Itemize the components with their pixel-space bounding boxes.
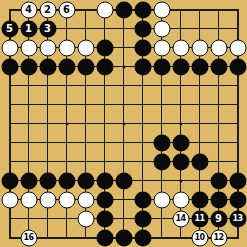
black-stone[interactable]: [96, 172, 113, 189]
black-stone[interactable]: [96, 191, 113, 208]
black-stone[interactable]: [39, 58, 56, 75]
black-stone[interactable]: [115, 1, 132, 18]
white-stone[interactable]: [1, 191, 18, 208]
go-board-diagram: 4265131411913161012: [0, 0, 247, 247]
white-stone-move-10[interactable]: 10: [191, 229, 208, 246]
black-stone-move-1[interactable]: 1: [20, 20, 37, 37]
black-stone[interactable]: [172, 153, 189, 170]
black-stone[interactable]: [115, 229, 132, 246]
star-point: [122, 122, 125, 125]
white-stone[interactable]: [39, 39, 56, 56]
white-stone[interactable]: [210, 39, 227, 56]
black-stone[interactable]: [58, 58, 75, 75]
white-stone[interactable]: [229, 39, 246, 56]
star-point: [179, 179, 182, 182]
star-point: [65, 122, 68, 125]
black-stone-move-13[interactable]: 13: [229, 210, 246, 227]
white-stone[interactable]: [58, 39, 75, 56]
black-stone[interactable]: [96, 229, 113, 246]
black-stone-move-11[interactable]: 11: [191, 210, 208, 227]
white-stone[interactable]: [191, 39, 208, 56]
black-stone[interactable]: [153, 134, 170, 151]
black-stone[interactable]: [134, 229, 151, 246]
white-stone[interactable]: [39, 191, 56, 208]
star-point: [179, 122, 182, 125]
white-stone[interactable]: [172, 39, 189, 56]
star-point: [122, 65, 125, 68]
black-stone[interactable]: [96, 210, 113, 227]
black-stone[interactable]: [191, 153, 208, 170]
black-stone[interactable]: [210, 58, 227, 75]
black-stone[interactable]: [134, 191, 151, 208]
white-stone[interactable]: [153, 191, 170, 208]
white-stone-move-6[interactable]: 6: [58, 1, 75, 18]
black-stone[interactable]: [153, 58, 170, 75]
black-stone[interactable]: [172, 58, 189, 75]
white-stone[interactable]: [20, 191, 37, 208]
black-stone[interactable]: [229, 191, 246, 208]
white-stone-move-14[interactable]: 14: [172, 210, 189, 227]
white-stone[interactable]: [96, 1, 113, 18]
white-stone[interactable]: [153, 1, 170, 18]
black-stone[interactable]: [229, 172, 246, 189]
go-board[interactable]: 4265131411913161012: [0, 0, 247, 247]
black-stone[interactable]: [115, 172, 132, 189]
black-stone[interactable]: [134, 58, 151, 75]
white-stone[interactable]: [172, 191, 189, 208]
white-stone[interactable]: [77, 191, 94, 208]
black-stone[interactable]: [153, 153, 170, 170]
white-stone-move-16[interactable]: 16: [20, 229, 37, 246]
black-stone[interactable]: [134, 210, 151, 227]
white-stone-move-12[interactable]: 12: [210, 229, 227, 246]
black-stone[interactable]: [134, 1, 151, 18]
black-stone[interactable]: [210, 172, 227, 189]
black-stone[interactable]: [134, 39, 151, 56]
black-stone[interactable]: [58, 172, 75, 189]
black-stone-move-5[interactable]: 5: [1, 20, 18, 37]
white-stone-move-4[interactable]: 4: [20, 1, 37, 18]
white-stone-move-2[interactable]: 2: [39, 1, 56, 18]
black-stone[interactable]: [20, 172, 37, 189]
black-stone[interactable]: [96, 58, 113, 75]
black-stone[interactable]: [134, 20, 151, 37]
white-stone[interactable]: [77, 210, 94, 227]
white-stone[interactable]: [1, 39, 18, 56]
black-stone[interactable]: [1, 58, 18, 75]
grid-line-horizontal: [9, 142, 239, 143]
white-stone[interactable]: [153, 20, 170, 37]
black-stone[interactable]: [96, 39, 113, 56]
black-stone[interactable]: [229, 58, 246, 75]
black-stone[interactable]: [77, 58, 94, 75]
black-stone[interactable]: [210, 191, 227, 208]
black-stone[interactable]: [77, 172, 94, 189]
black-stone[interactable]: [20, 58, 37, 75]
white-stone[interactable]: [20, 39, 37, 56]
black-stone-move-3[interactable]: 3: [39, 20, 56, 37]
black-stone[interactable]: [172, 134, 189, 151]
black-stone[interactable]: [191, 58, 208, 75]
white-stone[interactable]: [58, 191, 75, 208]
black-stone[interactable]: [1, 172, 18, 189]
black-stone[interactable]: [39, 172, 56, 189]
white-stone[interactable]: [153, 39, 170, 56]
black-stone[interactable]: [191, 191, 208, 208]
black-stone-move-9[interactable]: 9: [210, 210, 227, 227]
white-stone[interactable]: [77, 39, 94, 56]
